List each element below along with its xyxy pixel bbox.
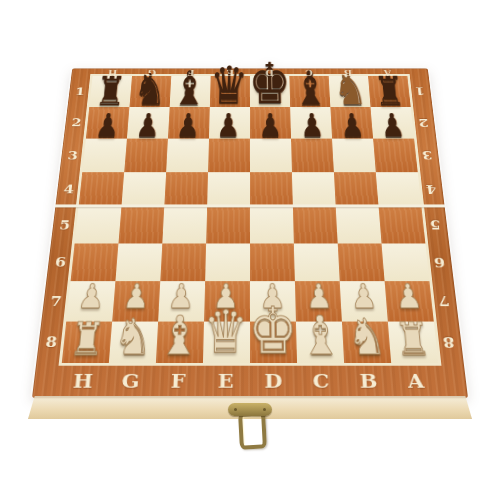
square-h6[interactable] (71, 243, 119, 281)
piece-dark-pawn[interactable]: ♟ (300, 110, 325, 140)
square-b5[interactable] (336, 207, 382, 243)
file-label-bottom-F: F (154, 363, 203, 398)
piece-dark-pawn[interactable]: ♟ (258, 110, 282, 140)
rank-label-left-3: 3 (60, 139, 86, 172)
file-label-bottom-B: B (344, 363, 394, 398)
file-labels-top: HGFEDCBA (93, 68, 408, 76)
square-g4[interactable] (121, 172, 166, 207)
rank-label-right-7: 7 (429, 281, 458, 321)
file-label-bottom-C: C (297, 363, 346, 398)
square-e4[interactable] (207, 172, 250, 207)
piece-dark-pawn[interactable]: ♟ (176, 110, 201, 140)
rank-label-left-2: 2 (64, 107, 90, 139)
piece-light-rook[interactable]: ♜ (68, 318, 107, 360)
piece-dark-pawn[interactable]: ♟ (94, 110, 120, 140)
piece-dark-king[interactable]: ♚ (249, 58, 292, 110)
piece-dark-rook[interactable]: ♜ (94, 73, 127, 110)
rank-label-left-7: 7 (41, 281, 70, 321)
square-g6[interactable] (115, 243, 162, 281)
piece-light-queen[interactable]: ♛ (202, 306, 248, 360)
fold-seam (55, 204, 444, 207)
square-e6[interactable] (205, 243, 250, 281)
rank-label-right-6: 6 (425, 243, 453, 281)
square-d4[interactable] (250, 172, 293, 207)
chess-board: HGFEDCBA 12345678 12345678 HGFEDCBA ♜♞♝♛… (32, 0, 468, 398)
rank-label-right-4: 4 (418, 172, 445, 207)
piece-dark-pawn[interactable]: ♟ (379, 110, 405, 140)
square-h4[interactable] (79, 172, 125, 207)
rank-label-left-8: 8 (36, 321, 66, 363)
square-a4[interactable] (376, 172, 422, 207)
rank-label-left-5: 5 (51, 207, 79, 243)
piece-light-king[interactable]: ♚ (248, 301, 298, 360)
piece-light-knight[interactable]: ♞ (113, 314, 154, 360)
rank-label-right-2: 2 (411, 107, 437, 139)
file-label-top-A: A (367, 68, 407, 76)
piece-dark-rook[interactable]: ♜ (373, 73, 406, 110)
piece-light-bishop[interactable]: ♝ (158, 311, 201, 360)
rank-label-right-3: 3 (414, 139, 440, 172)
square-a5[interactable] (379, 207, 426, 243)
rank-label-right-1: 1 (407, 76, 432, 107)
piece-light-knight[interactable]: ♞ (346, 314, 387, 360)
file-label-bottom-E: E (202, 363, 250, 398)
product-photo-chess-set: HGFEDCBA 12345678 12345678 HGFEDCBA ♜♞♝♛… (0, 0, 500, 500)
square-c6[interactable] (294, 243, 340, 281)
rank-label-right-8: 8 (434, 321, 464, 363)
square-a6[interactable] (382, 243, 430, 281)
piece-dark-pawn[interactable]: ♟ (340, 110, 366, 140)
piece-light-bishop[interactable]: ♝ (299, 311, 342, 360)
file-label-bottom-A: A (391, 363, 442, 398)
file-label-bottom-H: H (58, 363, 109, 398)
piece-light-pawn[interactable]: ♟ (394, 281, 423, 312)
square-c4[interactable] (292, 172, 336, 207)
file-label-top-F: F (171, 68, 211, 76)
square-f4[interactable] (164, 172, 208, 207)
file-label-top-G: G (132, 68, 172, 76)
file-label-top-H: H (93, 68, 133, 76)
rank-label-left-6: 6 (46, 243, 74, 281)
square-f5[interactable] (162, 207, 207, 243)
clasp-loop-icon (238, 411, 267, 449)
file-label-top-E: E (211, 68, 250, 76)
square-f6[interactable] (160, 243, 206, 281)
square-g5[interactable] (118, 207, 164, 243)
square-c5[interactable] (293, 207, 338, 243)
square-e5[interactable] (206, 207, 250, 243)
file-label-top-D: D (250, 68, 289, 76)
piece-light-pawn[interactable]: ♟ (77, 281, 106, 312)
piece-light-rook[interactable]: ♜ (394, 318, 433, 360)
board-frame: HGFEDCBA 12345678 12345678 HGFEDCBA ♜♞♝♛… (32, 68, 468, 398)
file-label-bottom-D: D (250, 363, 298, 398)
piece-dark-pawn[interactable]: ♟ (216, 110, 240, 140)
rank-label-left-1: 1 (68, 76, 93, 107)
square-h5[interactable] (75, 207, 122, 243)
square-b4[interactable] (334, 172, 379, 207)
playing-field: ♜♞♝♛♚♝♞♜♟♟♟♟♟♟♟♟♟♟♟♟♟♟♟♟♜♞♝♛♚♝♞♜ (62, 76, 438, 363)
square-b6[interactable] (338, 243, 385, 281)
file-labels-bottom: HGFEDCBA (58, 363, 442, 398)
file-label-bottom-G: G (106, 363, 156, 398)
file-label-top-C: C (289, 68, 329, 76)
file-label-top-B: B (328, 68, 368, 76)
rank-label-left-4: 4 (55, 172, 82, 207)
square-d6[interactable] (250, 243, 295, 281)
piece-dark-pawn[interactable]: ♟ (135, 110, 161, 140)
square-d5[interactable] (250, 207, 294, 243)
clasp-plate (228, 403, 272, 416)
rank-label-right-5: 5 (421, 207, 449, 243)
